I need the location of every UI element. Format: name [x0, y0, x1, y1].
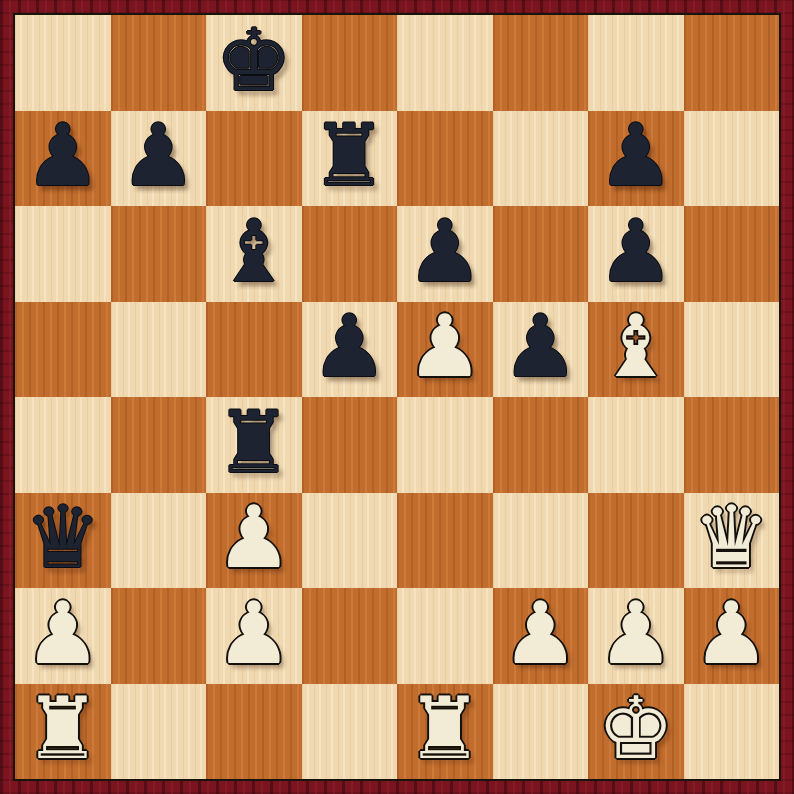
square-c6[interactable]: ♝	[206, 206, 302, 302]
square-c7[interactable]	[206, 111, 302, 207]
square-g8[interactable]	[588, 15, 684, 111]
square-h1[interactable]	[684, 684, 780, 780]
square-b4[interactable]	[111, 397, 207, 493]
board-frame: ♚♟♟♜♟♝♟♟♟♟♟♝♜♛♟♛♟♟♟♟♟♜♜♚	[0, 0, 794, 794]
square-a5[interactable]	[15, 302, 111, 398]
white-pawn: ♟	[24, 590, 101, 676]
square-a2[interactable]: ♟	[15, 588, 111, 684]
black-pawn: ♟	[597, 208, 674, 294]
white-pawn: ♟	[215, 494, 292, 580]
square-d5[interactable]: ♟	[302, 302, 398, 398]
square-a8[interactable]	[15, 15, 111, 111]
square-c4[interactable]: ♜	[206, 397, 302, 493]
square-b3[interactable]	[111, 493, 207, 589]
square-f4[interactable]	[493, 397, 589, 493]
square-e1[interactable]: ♜	[397, 684, 493, 780]
square-g6[interactable]: ♟	[588, 206, 684, 302]
square-f7[interactable]	[493, 111, 589, 207]
square-a1[interactable]: ♜	[15, 684, 111, 780]
square-d1[interactable]	[302, 684, 398, 780]
black-pawn: ♟	[597, 112, 674, 198]
square-b6[interactable]	[111, 206, 207, 302]
square-a7[interactable]: ♟	[15, 111, 111, 207]
square-f8[interactable]	[493, 15, 589, 111]
square-e8[interactable]	[397, 15, 493, 111]
square-c2[interactable]: ♟	[206, 588, 302, 684]
square-h3[interactable]: ♛	[684, 493, 780, 589]
square-g7[interactable]: ♟	[588, 111, 684, 207]
white-queen: ♛	[693, 494, 770, 580]
square-d4[interactable]	[302, 397, 398, 493]
black-pawn: ♟	[24, 112, 101, 198]
square-f6[interactable]	[493, 206, 589, 302]
black-pawn: ♟	[406, 208, 483, 294]
square-e4[interactable]	[397, 397, 493, 493]
square-c3[interactable]: ♟	[206, 493, 302, 589]
square-b8[interactable]	[111, 15, 207, 111]
square-h4[interactable]	[684, 397, 780, 493]
square-d3[interactable]	[302, 493, 398, 589]
square-f3[interactable]	[493, 493, 589, 589]
square-a6[interactable]	[15, 206, 111, 302]
square-h7[interactable]	[684, 111, 780, 207]
square-h8[interactable]	[684, 15, 780, 111]
square-f1[interactable]	[493, 684, 589, 780]
square-g4[interactable]	[588, 397, 684, 493]
square-d8[interactable]	[302, 15, 398, 111]
square-g2[interactable]: ♟	[588, 588, 684, 684]
white-king: ♚	[597, 685, 674, 771]
square-a4[interactable]	[15, 397, 111, 493]
square-h6[interactable]	[684, 206, 780, 302]
square-b7[interactable]: ♟	[111, 111, 207, 207]
square-g3[interactable]	[588, 493, 684, 589]
white-pawn: ♟	[597, 590, 674, 676]
square-c5[interactable]	[206, 302, 302, 398]
square-c8[interactable]: ♚	[206, 15, 302, 111]
black-rook: ♜	[215, 399, 292, 485]
square-c1[interactable]	[206, 684, 302, 780]
black-rook: ♜	[311, 112, 388, 198]
black-pawn: ♟	[120, 112, 197, 198]
white-pawn: ♟	[215, 590, 292, 676]
square-d7[interactable]: ♜	[302, 111, 398, 207]
white-rook: ♜	[406, 685, 483, 771]
white-bishop: ♝	[597, 303, 674, 389]
black-bishop: ♝	[215, 208, 292, 294]
square-b5[interactable]	[111, 302, 207, 398]
square-e6[interactable]: ♟	[397, 206, 493, 302]
square-b2[interactable]	[111, 588, 207, 684]
white-pawn: ♟	[693, 590, 770, 676]
square-e7[interactable]	[397, 111, 493, 207]
square-h2[interactable]: ♟	[684, 588, 780, 684]
square-e2[interactable]	[397, 588, 493, 684]
square-g1[interactable]: ♚	[588, 684, 684, 780]
square-e3[interactable]	[397, 493, 493, 589]
square-d6[interactable]	[302, 206, 398, 302]
black-king: ♚	[215, 17, 292, 103]
square-g5[interactable]: ♝	[588, 302, 684, 398]
black-queen: ♛	[24, 494, 101, 580]
white-pawn: ♟	[502, 590, 579, 676]
square-e5[interactable]: ♟	[397, 302, 493, 398]
white-rook: ♜	[24, 685, 101, 771]
square-a3[interactable]: ♛	[15, 493, 111, 589]
black-pawn: ♟	[311, 303, 388, 389]
chess-board: ♚♟♟♜♟♝♟♟♟♟♟♝♜♛♟♛♟♟♟♟♟♜♜♚	[13, 13, 781, 781]
square-f5[interactable]: ♟	[493, 302, 589, 398]
square-f2[interactable]: ♟	[493, 588, 589, 684]
white-pawn: ♟	[406, 303, 483, 389]
square-d2[interactable]	[302, 588, 398, 684]
square-b1[interactable]	[111, 684, 207, 780]
black-pawn: ♟	[502, 303, 579, 389]
square-h5[interactable]	[684, 302, 780, 398]
